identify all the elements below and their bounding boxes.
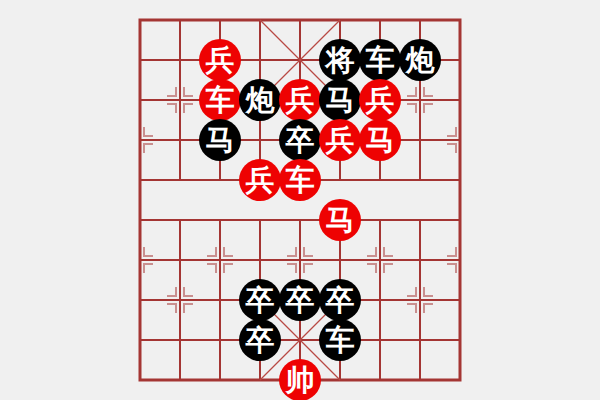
piece-red-horse[interactable]: 马 xyxy=(359,119,401,161)
piece-red-chariot[interactable]: 车 xyxy=(279,159,321,201)
piece-red-soldier[interactable]: 兵 xyxy=(359,79,401,121)
piece-black-soldier[interactable]: 卒 xyxy=(239,279,281,321)
piece-red-general[interactable]: 帅 xyxy=(279,359,321,400)
piece-black-soldier[interactable]: 卒 xyxy=(319,279,361,321)
piece-red-soldier[interactable]: 兵 xyxy=(279,79,321,121)
piece-black-soldier[interactable]: 卒 xyxy=(279,279,321,321)
piece-red-soldier[interactable]: 兵 xyxy=(199,39,241,81)
piece-black-cannon[interactable]: 炮 xyxy=(399,39,441,81)
piece-black-chariot[interactable]: 车 xyxy=(359,39,401,81)
piece-black-general[interactable]: 将 xyxy=(319,39,361,81)
piece-black-soldier[interactable]: 卒 xyxy=(239,319,281,361)
piece-red-soldier[interactable]: 兵 xyxy=(239,159,281,201)
piece-black-cannon[interactable]: 炮 xyxy=(239,79,281,121)
piece-red-soldier[interactable]: 兵 xyxy=(319,119,361,161)
piece-red-horse[interactable]: 马 xyxy=(319,199,361,241)
piece-black-horse[interactable]: 马 xyxy=(319,79,361,121)
xiangqi-board: 兵将车炮车炮兵马兵马卒兵马兵车马卒卒卒卒车帅 xyxy=(0,0,600,400)
piece-black-chariot[interactable]: 车 xyxy=(319,319,361,361)
piece-black-horse[interactable]: 马 xyxy=(199,119,241,161)
piece-red-chariot[interactable]: 车 xyxy=(199,79,241,121)
piece-black-soldier[interactable]: 卒 xyxy=(279,119,321,161)
